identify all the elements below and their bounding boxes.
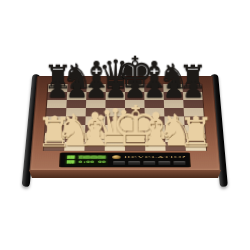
piece-white-queen: ♛ xyxy=(83,86,147,150)
piece-white-knight: ♞ xyxy=(42,86,106,150)
piece-black-queen: ♛ xyxy=(85,30,146,91)
piece-white-king: ♚ xyxy=(103,86,167,150)
board-front-edge xyxy=(29,170,221,178)
piece-white-knight: ♞ xyxy=(144,86,208,150)
board-scene: ▓▓ ▒▒▒▒▒▒▒ ▓▓ 0:00 00 REVELATION II ♜♞♝♛… xyxy=(37,76,213,196)
pieces-layer: ♜♞♝♛♚♝♞♜♟♟♟♟♟♟♟♟♟♟♟♟♟♟♟♟♜♞♝♛♚♝♞♜ xyxy=(29,76,220,171)
piece-black-knight: ♞ xyxy=(143,30,204,91)
chess-board: ▓▓ ▒▒▒▒▒▒▒ ▓▓ 0:00 00 REVELATION II ♜♞♝♛… xyxy=(29,76,220,171)
piece-black-bishop: ♝ xyxy=(123,30,184,91)
piece-black-king: ♚ xyxy=(104,30,165,91)
piece-white-bishop: ♝ xyxy=(123,86,187,150)
product-photo-chessboard: ▓▓ ▒▒▒▒▒▒▒ ▓▓ 0:00 00 REVELATION II ♜♞♝♛… xyxy=(0,0,250,250)
piece-black-rook: ♜ xyxy=(27,30,88,91)
piece-black-bishop: ♝ xyxy=(66,30,127,91)
piece-white-bishop: ♝ xyxy=(63,86,127,150)
piece-black-knight: ♞ xyxy=(46,30,107,91)
